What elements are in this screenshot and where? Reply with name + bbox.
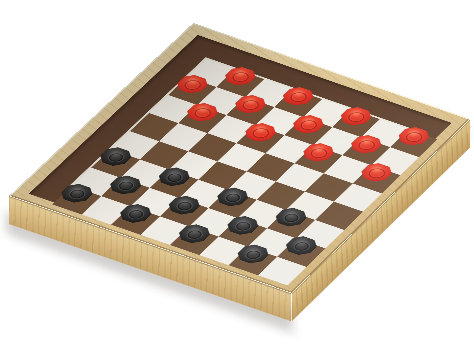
checkers-set-photo: ⛂⛂⛂⛂⛂⛂⛂⛂⛂⛂⛂⛂⛀⛀⛀⛀⛀⛀⛀⛀⛀⛀⛀⛀ xyxy=(0,0,474,357)
checkers-board-box-top: ⛂⛂⛂⛂⛂⛂⛂⛂⛂⛂⛂⛂⛀⛀⛀⛀⛀⛀⛀⛀⛀⛀⛀⛀ xyxy=(9,23,470,293)
